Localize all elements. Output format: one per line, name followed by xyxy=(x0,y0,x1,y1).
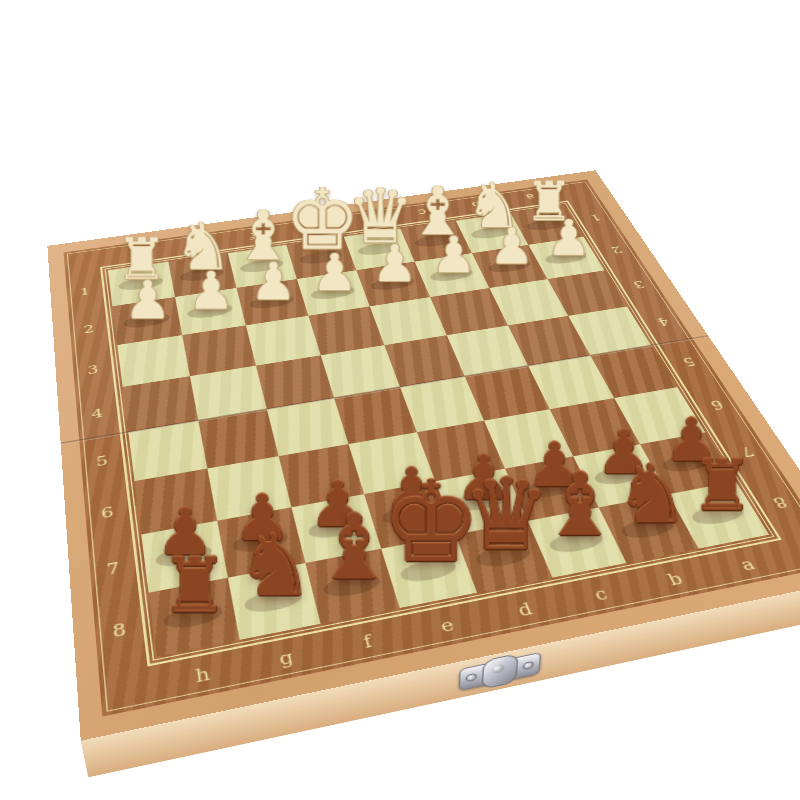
product-photo-stage: hh11gg22ff33ee44dd55cc66bb77aa88 ♜♞♝♛♚♝♞… xyxy=(0,0,800,800)
perspective-scene: hh11gg22ff33ee44dd55cc66bb77aa88 ♜♞♝♛♚♝♞… xyxy=(0,0,800,800)
white-pawn-h2: ♟ xyxy=(104,273,192,326)
left-rank-label-2: 2 xyxy=(69,307,110,352)
black-rook-h8: ♜ xyxy=(138,549,251,625)
left-rank-label-1: 1 xyxy=(66,271,105,313)
chess-board-box: hh11gg22ff33ee44dd55cc66bb77aa88 ♜♞♝♛♚♝♞… xyxy=(47,170,800,740)
